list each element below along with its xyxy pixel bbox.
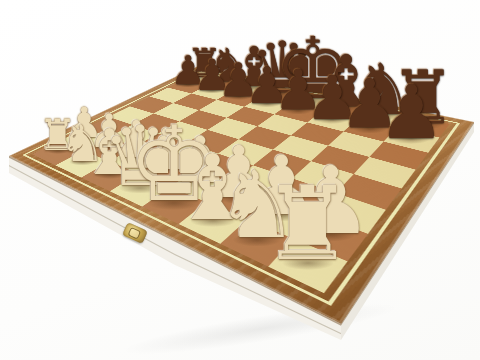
- chess-set-photo: ♜♞♝♛♚♝♞♜♟♟♟♟♟♟♟♟♟♟♟♟♟♟♟♟♜♞♝♛♚♝♞♜: [0, 0, 480, 360]
- clasp-hook: [128, 227, 142, 240]
